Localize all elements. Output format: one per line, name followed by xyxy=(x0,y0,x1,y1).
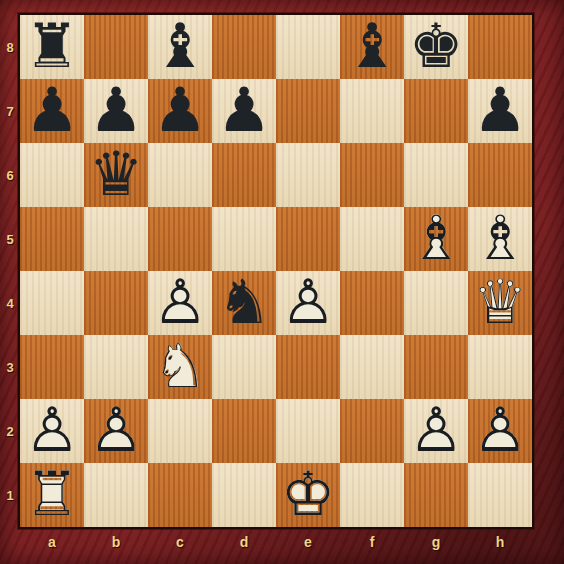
black-pawn-glyph: ♟ xyxy=(468,77,532,141)
square-f1[interactable] xyxy=(340,463,404,527)
square-h3[interactable] xyxy=(468,335,532,399)
piece-white-pawn[interactable]: ♟♙ xyxy=(20,399,84,463)
square-c1[interactable] xyxy=(148,463,212,527)
rank-label-1: 1 xyxy=(0,463,20,527)
black-queen-glyph: ♛ xyxy=(84,141,148,205)
square-b8[interactable] xyxy=(84,15,148,79)
black-pawn-glyph: ♟ xyxy=(148,77,212,141)
file-labels: abcdefgh xyxy=(20,527,532,564)
square-a2[interactable]: ♟♙ xyxy=(20,399,84,463)
square-d8[interactable] xyxy=(212,15,276,79)
rank-label-7: 7 xyxy=(0,79,20,143)
square-f5[interactable] xyxy=(340,207,404,271)
square-c6[interactable] xyxy=(148,143,212,207)
square-h6[interactable] xyxy=(468,143,532,207)
square-d2[interactable] xyxy=(212,399,276,463)
square-d3[interactable] xyxy=(212,335,276,399)
white-pawn-outline: ♙ xyxy=(468,397,532,461)
square-a7[interactable]: ♟ xyxy=(20,79,84,143)
square-b2[interactable]: ♟♙ xyxy=(84,399,148,463)
rank-label-4: 4 xyxy=(0,271,20,335)
square-g1[interactable] xyxy=(404,463,468,527)
white-pawn-outline: ♙ xyxy=(84,397,148,461)
square-c2[interactable] xyxy=(148,399,212,463)
piece-white-bishop[interactable]: ♝♗ xyxy=(468,207,532,271)
file-label-h: h xyxy=(468,527,532,564)
square-d1[interactable] xyxy=(212,463,276,527)
square-b7[interactable]: ♟ xyxy=(84,79,148,143)
black-pawn-glyph: ♟ xyxy=(212,77,276,141)
piece-white-bishop[interactable]: ♝♗ xyxy=(404,207,468,271)
square-a4[interactable] xyxy=(20,271,84,335)
square-c8[interactable]: ♝ xyxy=(148,15,212,79)
square-g6[interactable] xyxy=(404,143,468,207)
square-g4[interactable] xyxy=(404,271,468,335)
piece-black-bishop[interactable]: ♝ xyxy=(148,15,212,79)
piece-white-knight[interactable]: ♞♘ xyxy=(148,335,212,399)
white-knight-outline: ♘ xyxy=(148,333,212,397)
black-pawn-glyph: ♟ xyxy=(20,77,84,141)
square-g2[interactable]: ♟♙ xyxy=(404,399,468,463)
square-g5[interactable]: ♝♗ xyxy=(404,207,468,271)
square-a6[interactable] xyxy=(20,143,84,207)
square-h7[interactable]: ♟ xyxy=(468,79,532,143)
piece-black-pawn[interactable]: ♟ xyxy=(84,79,148,143)
rank-label-2: 2 xyxy=(0,399,20,463)
piece-white-king[interactable]: ♚♔ xyxy=(276,463,340,527)
square-d6[interactable] xyxy=(212,143,276,207)
piece-black-rook[interactable]: ♜ xyxy=(20,15,84,79)
square-e5[interactable] xyxy=(276,207,340,271)
piece-white-pawn[interactable]: ♟♙ xyxy=(468,399,532,463)
square-d4[interactable]: ♞ xyxy=(212,271,276,335)
square-e7[interactable] xyxy=(276,79,340,143)
black-rook-glyph: ♜ xyxy=(20,13,84,77)
square-g8[interactable]: ♚ xyxy=(404,15,468,79)
square-f3[interactable] xyxy=(340,335,404,399)
square-e2[interactable] xyxy=(276,399,340,463)
black-knight-glyph: ♞ xyxy=(212,269,276,333)
piece-white-pawn[interactable]: ♟♙ xyxy=(404,399,468,463)
black-pawn-glyph: ♟ xyxy=(84,77,148,141)
piece-black-pawn[interactable]: ♟ xyxy=(468,79,532,143)
file-label-c: c xyxy=(148,527,212,564)
square-a8[interactable]: ♜ xyxy=(20,15,84,79)
black-bishop-glyph: ♝ xyxy=(340,13,404,77)
piece-black-queen[interactable]: ♛ xyxy=(84,143,148,207)
piece-white-rook[interactable]: ♜♖ xyxy=(20,463,84,527)
piece-white-pawn[interactable]: ♟♙ xyxy=(148,271,212,335)
square-h5[interactable]: ♝♗ xyxy=(468,207,532,271)
square-h1[interactable] xyxy=(468,463,532,527)
white-pawn-outline: ♙ xyxy=(148,269,212,333)
white-bishop-outline: ♗ xyxy=(404,205,468,269)
rank-label-6: 6 xyxy=(0,143,20,207)
square-a3[interactable] xyxy=(20,335,84,399)
square-b3[interactable] xyxy=(84,335,148,399)
square-h8[interactable] xyxy=(468,15,532,79)
square-b4[interactable] xyxy=(84,271,148,335)
square-a5[interactable] xyxy=(20,207,84,271)
square-b5[interactable] xyxy=(84,207,148,271)
piece-black-knight[interactable]: ♞ xyxy=(212,271,276,335)
rank-label-8: 8 xyxy=(0,15,20,79)
piece-black-bishop[interactable]: ♝ xyxy=(340,15,404,79)
file-label-e: e xyxy=(276,527,340,564)
square-e4[interactable]: ♟♙ xyxy=(276,271,340,335)
rank-label-3: 3 xyxy=(0,335,20,399)
square-b1[interactable] xyxy=(84,463,148,527)
chess-board-frame: 87654321 ♜♝♝♚♟♟♟♟♟♛♝♗♝♗♟♙♞♟♙♛♕♞♘♟♙♟♙♟♙♟♙… xyxy=(0,0,564,564)
square-c7[interactable]: ♟ xyxy=(148,79,212,143)
rank-label-5: 5 xyxy=(0,207,20,271)
square-c5[interactable] xyxy=(148,207,212,271)
rank-labels: 87654321 xyxy=(0,15,20,527)
square-h2[interactable]: ♟♙ xyxy=(468,399,532,463)
black-king-glyph: ♚ xyxy=(404,13,468,77)
white-queen-outline: ♕ xyxy=(468,269,532,333)
piece-white-pawn[interactable]: ♟♙ xyxy=(84,399,148,463)
square-g7[interactable] xyxy=(404,79,468,143)
square-e3[interactable] xyxy=(276,335,340,399)
piece-black-pawn[interactable]: ♟ xyxy=(148,79,212,143)
chess-board: ♜♝♝♚♟♟♟♟♟♛♝♗♝♗♟♙♞♟♙♛♕♞♘♟♙♟♙♟♙♟♙♜♖♚♔ xyxy=(20,15,532,527)
square-d5[interactable] xyxy=(212,207,276,271)
file-label-g: g xyxy=(404,527,468,564)
white-pawn-outline: ♙ xyxy=(404,397,468,461)
square-f4[interactable] xyxy=(340,271,404,335)
square-g3[interactable] xyxy=(404,335,468,399)
piece-black-pawn[interactable]: ♟ xyxy=(20,79,84,143)
square-e8[interactable] xyxy=(276,15,340,79)
file-label-b: b xyxy=(84,527,148,564)
square-f7[interactable] xyxy=(340,79,404,143)
white-pawn-outline: ♙ xyxy=(276,269,340,333)
piece-white-pawn[interactable]: ♟♙ xyxy=(276,271,340,335)
white-king-outline: ♔ xyxy=(276,461,340,525)
piece-white-queen[interactable]: ♛♕ xyxy=(468,271,532,335)
white-rook-outline: ♖ xyxy=(20,461,84,525)
square-h4[interactable]: ♛♕ xyxy=(468,271,532,335)
square-e6[interactable] xyxy=(276,143,340,207)
square-c3[interactable]: ♞♘ xyxy=(148,335,212,399)
white-pawn-outline: ♙ xyxy=(20,397,84,461)
square-f6[interactable] xyxy=(340,143,404,207)
black-bishop-glyph: ♝ xyxy=(148,13,212,77)
square-f2[interactable] xyxy=(340,399,404,463)
square-e1[interactable]: ♚♔ xyxy=(276,463,340,527)
white-bishop-outline: ♗ xyxy=(468,205,532,269)
file-label-a: a xyxy=(20,527,84,564)
file-label-f: f xyxy=(340,527,404,564)
square-a1[interactable]: ♜♖ xyxy=(20,463,84,527)
square-d7[interactable]: ♟ xyxy=(212,79,276,143)
file-label-d: d xyxy=(212,527,276,564)
piece-black-king[interactable]: ♚ xyxy=(404,15,468,79)
square-b6[interactable]: ♛ xyxy=(84,143,148,207)
square-c4[interactable]: ♟♙ xyxy=(148,271,212,335)
piece-black-pawn[interactable]: ♟ xyxy=(212,79,276,143)
square-f8[interactable]: ♝ xyxy=(340,15,404,79)
